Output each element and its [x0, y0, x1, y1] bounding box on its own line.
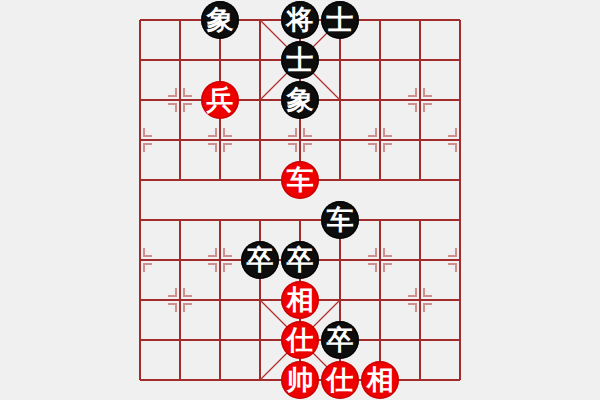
piece-red-general[interactable]: 帅 — [281, 361, 319, 399]
piece-black-elephant-1[interactable]: 象 — [201, 1, 239, 39]
piece-red-elephant-2[interactable]: 相 — [361, 361, 399, 399]
piece-red-chariot-1[interactable]: 车 — [281, 161, 319, 199]
piece-red-elephant-1[interactable]: 相 — [281, 281, 319, 319]
piece-black-advisor-1[interactable]: 士 — [321, 1, 359, 39]
piece-red-advisor-2[interactable]: 仕 — [321, 361, 359, 399]
piece-black-advisor-2[interactable]: 士 — [281, 41, 319, 79]
piece-black-soldier-1[interactable]: 卒 — [241, 241, 279, 279]
piece-black-soldier-2[interactable]: 卒 — [281, 241, 319, 279]
piece-black-chariot-1[interactable]: 车 — [321, 201, 359, 239]
piece-black-general[interactable]: 将 — [281, 1, 319, 39]
piece-black-soldier-3[interactable]: 卒 — [321, 321, 359, 359]
piece-red-advisor-1[interactable]: 仕 — [281, 321, 319, 359]
xiangqi-board[interactable]: 象将士士象兵车车卒卒相仕卒帅仕相 — [0, 0, 600, 400]
piece-black-elephant-2[interactable]: 象 — [281, 81, 319, 119]
piece-red-soldier-1[interactable]: 兵 — [201, 81, 239, 119]
